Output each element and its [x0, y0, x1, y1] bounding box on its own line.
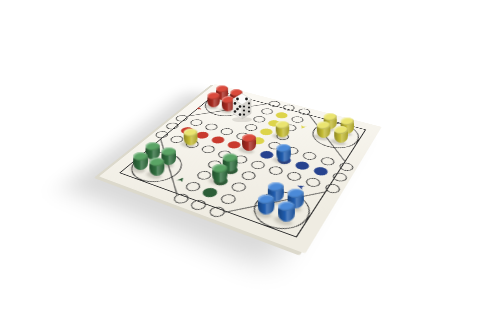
- blue-piece[interactable]: [278, 201, 295, 221]
- track-circle: [249, 160, 267, 171]
- track-circle: [219, 193, 239, 206]
- red-piece[interactable]: [208, 93, 220, 108]
- track-circle: [174, 114, 191, 122]
- green-piece[interactable]: [134, 152, 149, 170]
- track-circle: [304, 177, 323, 189]
- track-circle: [267, 165, 285, 176]
- red-piece[interactable]: [242, 134, 256, 151]
- blue-home-row-circle: [312, 166, 330, 177]
- yellow-piece[interactable]: [184, 129, 198, 146]
- yellow-piece[interactable]: [317, 122, 331, 138]
- red-home-row-circle: [209, 135, 226, 145]
- green-piece[interactable]: [212, 164, 227, 183]
- track-circle: [323, 183, 342, 195]
- track-circle: [285, 171, 303, 183]
- die[interactable]: [230, 91, 254, 126]
- green-piece[interactable]: [150, 158, 165, 176]
- red-home-row-circle: [225, 140, 242, 150]
- yellow-piece[interactable]: [334, 126, 348, 143]
- track-circle: [239, 170, 258, 182]
- track-circle: [319, 156, 336, 167]
- blue-home-row-circle: [258, 150, 276, 160]
- blue-piece[interactable]: [258, 194, 274, 214]
- track-circle: [301, 151, 318, 161]
- ludo-photo-scene: ➤➤➤➤: [0, 0, 500, 325]
- track-circle: [297, 108, 312, 116]
- blue-piece[interactable]: [276, 144, 290, 162]
- track-circle: [207, 205, 228, 219]
- board-cell-11-7: [319, 180, 346, 198]
- track-circle: [199, 144, 217, 154]
- yellow-piece[interactable]: [276, 121, 290, 137]
- track-circle: [168, 135, 186, 145]
